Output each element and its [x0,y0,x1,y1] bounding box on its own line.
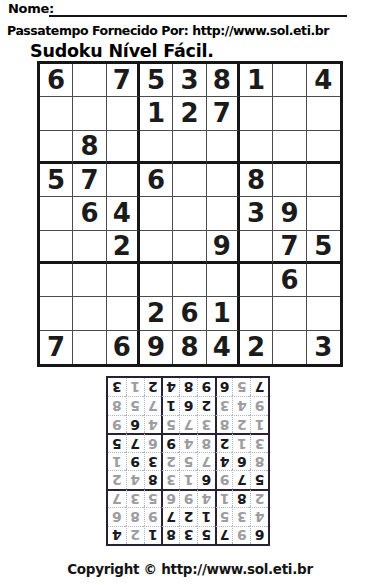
solution-cell: 9 [232,526,250,544]
puzzle-cell: 3 [240,197,273,230]
puzzle-cell: 7 [273,231,306,264]
solution-cell: 4 [215,452,233,470]
puzzle-cell: 3 [173,64,206,97]
puzzle-cell [107,131,140,164]
provider-line: Passatempo Fornecido Por: http://www.sol… [7,23,329,38]
puzzle-cell [240,264,273,297]
solution-cell: 5 [161,415,179,433]
solution-cell: 3 [250,433,268,451]
puzzle-cell [107,164,140,197]
name-label: Nome: [8,1,54,16]
puzzle-cell [207,164,240,197]
puzzle-cell [307,164,340,197]
solution-cell: 6 [179,396,197,414]
puzzle-cell: 7 [40,331,73,364]
puzzle-cell [107,264,140,297]
name-underline [49,15,347,17]
puzzle-cell: 7 [73,164,106,197]
solution-cell: 9 [197,378,215,396]
copyright-line: Copyright © http://www.sol.eti.br [0,561,380,577]
puzzle-cell: 9 [140,331,173,364]
solution-cell: 4 [161,378,179,396]
puzzle-cell: 6 [173,297,206,330]
puzzle-cell [73,297,106,330]
puzzle-cell: 1 [207,297,240,330]
puzzle-cell [40,97,73,130]
puzzle-cell [73,264,106,297]
puzzle-cell: 9 [207,231,240,264]
puzzle-cell: 6 [107,331,140,364]
solution-cell: 7 [197,452,215,470]
puzzle-cell [307,131,340,164]
puzzle-cell: 7 [107,64,140,97]
solution-cell: 7 [232,470,250,488]
solution-cell: 4 [179,433,197,451]
solution-cell: 7 [108,489,126,507]
solution-cell: 6 [161,489,179,507]
puzzle-cell: 8 [173,331,206,364]
solution-cell: 5 [179,452,197,470]
solution-cell: 5 [126,396,144,414]
solution-cell: 3 [108,378,126,396]
solution-cell: 2 [144,378,162,396]
solution-cell: 3 [232,507,250,525]
puzzle-cell: 7 [207,97,240,130]
puzzle-cell [73,97,106,130]
solution-cell: 4 [108,526,126,544]
puzzle-cell [40,131,73,164]
solution-cell: 4 [144,415,162,433]
puzzle-cell: 2 [140,297,173,330]
solution-cell: 4 [250,507,268,525]
solution-cell: 8 [197,433,215,451]
solution-cell: 7 [161,507,179,525]
puzzle-cell: 2 [240,331,273,364]
solution-cell: 7 [250,378,268,396]
sudoku-solution-grid-upside-down: 6975381244351279862814965375796138428647… [106,376,270,546]
solution-cell: 8 [161,526,179,544]
solution-cell: 9 [108,415,126,433]
solution-cell: 3 [215,396,233,414]
puzzle-cell: 5 [307,231,340,264]
puzzle-cell: 5 [140,64,173,97]
solution-cell: 8 [179,378,197,396]
puzzle-cell [240,297,273,330]
puzzle-cell [173,131,206,164]
puzzle-cell [240,231,273,264]
solution-cell: 9 [161,433,179,451]
solution-cell: 2 [197,396,215,414]
puzzle-cell [140,231,173,264]
puzzle-cell [107,297,140,330]
solution-cell: 4 [232,396,250,414]
solution-cell: 5 [215,507,233,525]
solution-cell: 6 [250,526,268,544]
solution-cell: 6 [197,470,215,488]
solution-cell: 8 [144,470,162,488]
puzzle-cell [140,197,173,230]
puzzle-cell [273,331,306,364]
solution-cell: 6 [232,452,250,470]
puzzle-cell [273,164,306,197]
solution-cell: 1 [161,396,179,414]
puzzle-cell [173,231,206,264]
solution-cell: 6 [144,433,162,451]
solution-cell: 8 [126,507,144,525]
puzzle-cell [173,264,206,297]
puzzle-cell [40,297,73,330]
puzzle-cell [40,197,73,230]
solution-cell: 9 [215,470,233,488]
puzzle-cell [40,231,73,264]
solution-cell: 9 [144,507,162,525]
solution-cell: 7 [215,526,233,544]
puzzle-cell [173,197,206,230]
puzzle-cell: 8 [73,131,106,164]
solution-cell: 5 [108,433,126,451]
solution-cell: 1 [126,378,144,396]
puzzle-cell: 4 [307,64,340,97]
solution-cell: 5 [197,526,215,544]
solution-cell: 5 [144,489,162,507]
solution-cell: 2 [250,489,268,507]
puzzle-cell [73,331,106,364]
puzzle-cell [40,264,73,297]
solution-cell: 2 [179,507,197,525]
puzzle-cell [307,97,340,130]
puzzle-cell [140,131,173,164]
puzzle-cell [273,297,306,330]
puzzle-cell [73,231,106,264]
solution-cell: 9 [250,396,268,414]
solution-cell: 1 [232,433,250,451]
sudoku-puzzle-grid: 6753814127857686439297562617698423 [37,61,343,367]
solution-cell: 1 [197,507,215,525]
solution-cell: 1 [108,452,126,470]
solution-cell: 3 [161,470,179,488]
puzzle-cell: 2 [173,97,206,130]
puzzle-cell [307,264,340,297]
solution-cell: 4 [197,489,215,507]
puzzle-cell [140,264,173,297]
solution-cell: 1 [144,526,162,544]
puzzle-cell: 1 [240,64,273,97]
solution-cell: 2 [126,526,144,544]
solution-cell: 2 [161,452,179,470]
solution-cell: 3 [126,489,144,507]
puzzle-cell: 3 [307,331,340,364]
solution-cell: 2 [108,470,126,488]
puzzle-cell [107,97,140,130]
page-title: Sudoku Nível Fácil. [30,41,214,61]
puzzle-cell: 6 [140,164,173,197]
puzzle-cell [273,97,306,130]
puzzle-cell [207,197,240,230]
puzzle-cell: 6 [273,264,306,297]
solution-cell: 3 [144,452,162,470]
puzzle-cell: 9 [273,197,306,230]
puzzle-cell [173,164,206,197]
puzzle-cell: 1 [140,97,173,130]
puzzle-cell: 5 [40,164,73,197]
solution-cell: 9 [179,489,197,507]
solution-cell: 8 [232,489,250,507]
solution-cell: 8 [108,396,126,414]
solution-cell: 4 [126,470,144,488]
puzzle-cell: 8 [240,164,273,197]
solution-cell: 1 [250,415,268,433]
solution-cell: 3 [197,415,215,433]
solution-cell: 6 [108,507,126,525]
puzzle-cell [273,131,306,164]
puzzle-cell [240,97,273,130]
solution-cell: 7 [144,396,162,414]
puzzle-cell: 2 [107,231,140,264]
solution-cell: 3 [179,526,197,544]
puzzle-cell: 6 [73,197,106,230]
solution-cell: 5 [232,378,250,396]
puzzle-cell [73,64,106,97]
solution-cell: 1 [215,489,233,507]
puzzle-cell [240,131,273,164]
puzzle-cell [207,264,240,297]
puzzle-cell: 4 [207,331,240,364]
puzzle-cell: 8 [207,64,240,97]
solution-cell: 2 [215,433,233,451]
solution-cell: 8 [215,415,233,433]
solution-cell: 6 [126,415,144,433]
puzzle-cell [207,131,240,164]
puzzle-cell [307,197,340,230]
puzzle-cell: 6 [40,64,73,97]
solution-cell: 2 [232,415,250,433]
solution-cell: 1 [179,470,197,488]
puzzle-cell: 4 [107,197,140,230]
puzzle-cell [273,64,306,97]
solution-cell: 6 [215,378,233,396]
solution-cell: 9 [126,452,144,470]
puzzle-cell [307,297,340,330]
solution-cell: 8 [250,452,268,470]
solution-cell: 7 [179,415,197,433]
solution-cell: 7 [126,433,144,451]
solution-cell: 5 [250,470,268,488]
